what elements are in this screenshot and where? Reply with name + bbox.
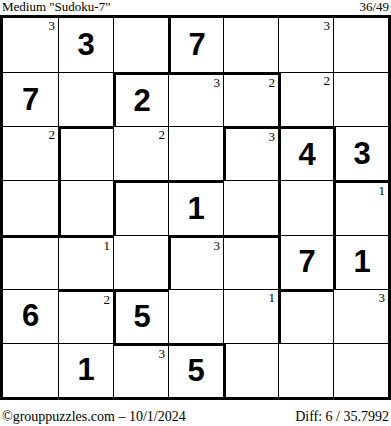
cell-r0c2[interactable] (113, 18, 168, 72)
header: Medium "Sudoku-7" 36/49 (0, 0, 391, 15)
pencil-mark: 3 (159, 346, 166, 361)
cell-r0c3: 7 (168, 18, 223, 72)
cell-r4c3[interactable]: 3 (168, 235, 223, 289)
cell-r5c6[interactable]: 3 (333, 289, 388, 343)
cell-r3c0[interactable] (3, 180, 58, 234)
cell-r1c2: 2 (113, 72, 168, 126)
cell-r4c2[interactable] (113, 235, 168, 289)
pencil-mark: 1 (269, 290, 276, 305)
cell-r1c4[interactable]: 2 (223, 72, 278, 126)
given-digit: 1 (169, 183, 223, 234)
cell-r5c5[interactable] (278, 289, 333, 343)
cell-r3c3: 1 (168, 180, 223, 234)
cell-r3c6[interactable]: 1 (333, 180, 388, 234)
given-digit: 7 (281, 236, 333, 289)
given-digit: 7 (171, 18, 223, 72)
given-digit: 3 (336, 127, 388, 180)
cell-r6c1: 1 (58, 343, 113, 397)
page-title: Medium "Sudoku-7" (2, 0, 110, 14)
cell-r4c6: 1 (333, 235, 388, 289)
cell-r4c5: 7 (278, 235, 333, 289)
pencil-mark: 1 (104, 238, 111, 253)
given-digit: 1 (336, 236, 388, 289)
cell-r5c3[interactable] (168, 289, 223, 343)
pencil-mark: 2 (269, 75, 276, 90)
given-digit: 1 (59, 344, 113, 397)
cell-r4c1[interactable]: 1 (58, 235, 113, 289)
cell-r4c4[interactable] (223, 235, 278, 289)
cell-r1c6[interactable] (333, 72, 388, 126)
cell-r0c4[interactable] (223, 18, 278, 72)
pencil-mark: 3 (49, 18, 56, 33)
cell-r2c5: 4 (278, 126, 333, 180)
cell-r2c0[interactable]: 2 (3, 126, 58, 180)
cell-r0c0[interactable]: 3 (3, 18, 58, 72)
cell-r5c4[interactable]: 1 (223, 289, 278, 343)
given-digit: 4 (281, 129, 333, 180)
cell-r2c3[interactable] (168, 126, 223, 180)
given-digit: 6 (3, 290, 58, 343)
cell-r0c5[interactable]: 3 (278, 18, 333, 72)
pencil-mark: 2 (49, 127, 56, 142)
cell-r6c6[interactable] (333, 343, 388, 397)
cell-r2c4[interactable]: 3 (223, 126, 278, 180)
difficulty-label: Diff: 6 / 35.7992 (295, 409, 389, 425)
pencil-mark: 1 (379, 183, 386, 198)
cell-r2c6: 3 (333, 126, 388, 180)
cell-r3c4[interactable] (223, 180, 278, 234)
cell-r1c1[interactable] (58, 72, 113, 126)
cell-r6c5[interactable] (278, 343, 333, 397)
pencil-mark: 2 (159, 127, 166, 142)
cell-r6c0[interactable] (3, 343, 58, 397)
pencil-mark: 2 (324, 73, 331, 88)
cell-r3c1[interactable] (58, 180, 113, 234)
cell-r6c4[interactable] (223, 343, 278, 397)
credit-link[interactable]: ©grouppuzzles.com – 10/1/2024 (2, 409, 186, 425)
cell-r1c5[interactable]: 2 (278, 72, 333, 126)
cell-r2c2[interactable]: 2 (113, 126, 168, 180)
cell-r0c6[interactable] (333, 18, 388, 72)
given-digit: 7 (3, 73, 58, 126)
cell-r3c2[interactable] (113, 180, 168, 234)
pencil-mark: 3 (214, 238, 221, 253)
given-digit: 3 (59, 18, 113, 72)
cell-r6c2[interactable]: 3 (113, 343, 168, 397)
given-digit: 2 (116, 75, 168, 126)
cell-r6c3: 5 (168, 343, 223, 397)
cell-r2c1[interactable] (58, 126, 113, 180)
cell-r5c2: 5 (113, 289, 168, 343)
pencil-mark: 3 (379, 290, 386, 305)
cell-r4c0[interactable] (3, 235, 58, 289)
given-digit: 5 (116, 292, 168, 343)
cell-r1c0: 7 (3, 72, 58, 126)
pencil-mark: 3 (324, 18, 331, 33)
sudoku-board: 3373723222234311137162513135 (0, 15, 391, 400)
cell-r5c0: 6 (3, 289, 58, 343)
cell-r1c3[interactable]: 3 (168, 72, 223, 126)
cell-r5c1[interactable]: 2 (58, 289, 113, 343)
progress-counter: 36/49 (359, 0, 389, 14)
cell-r3c5[interactable] (278, 180, 333, 234)
given-digit: 5 (169, 346, 223, 397)
pencil-mark: 3 (269, 129, 276, 144)
footer: ©grouppuzzles.com – 10/1/2024 Diff: 6 / … (0, 407, 391, 425)
cell-r0c1: 3 (58, 18, 113, 72)
pencil-mark: 3 (214, 75, 221, 90)
pencil-mark: 2 (104, 292, 111, 307)
